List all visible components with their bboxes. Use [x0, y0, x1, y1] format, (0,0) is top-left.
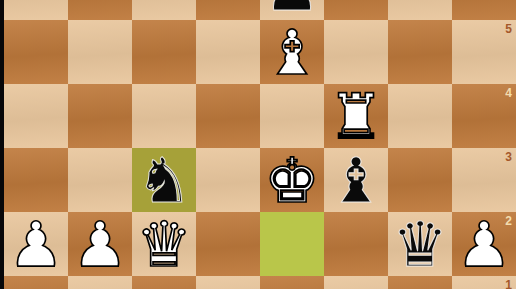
white-rook-piece[interactable]: ♜: [324, 85, 388, 149]
square-e2[interactable]: [260, 212, 324, 276]
square-c3[interactable]: ♞: [132, 148, 196, 212]
square-f5[interactable]: [324, 20, 388, 84]
square-c4[interactable]: [132, 84, 196, 148]
square-h5[interactable]: 5: [452, 20, 516, 84]
square-e4[interactable]: [260, 84, 324, 148]
black-knight-piece[interactable]: ♞: [132, 149, 196, 213]
square-f3[interactable]: ♝: [324, 148, 388, 212]
square-d1[interactable]: [196, 276, 260, 289]
square-h2[interactable]: ♟2: [452, 212, 516, 276]
square-f6[interactable]: [324, 0, 388, 20]
square-h1[interactable]: 1: [452, 276, 516, 289]
square-d5[interactable]: [196, 20, 260, 84]
square-b1[interactable]: [68, 276, 132, 289]
app-background: ♟♝5♜4♞♚♝3♟♟♛♛♟21: [0, 0, 516, 289]
square-c5[interactable]: [132, 20, 196, 84]
square-h3[interactable]: 3: [452, 148, 516, 212]
white-king-piece[interactable]: ♚: [260, 149, 324, 213]
square-d6[interactable]: [196, 0, 260, 20]
square-a3[interactable]: [4, 148, 68, 212]
square-d3[interactable]: [196, 148, 260, 212]
rank-label-4: 4: [505, 86, 512, 100]
white-pawn-piece[interactable]: ♟: [4, 213, 68, 277]
square-g3[interactable]: [388, 148, 452, 212]
square-a1[interactable]: [4, 276, 68, 289]
square-h6[interactable]: [452, 0, 516, 20]
square-c6[interactable]: [132, 0, 196, 20]
square-d4[interactable]: [196, 84, 260, 148]
square-d2[interactable]: [196, 212, 260, 276]
square-a4[interactable]: [4, 84, 68, 148]
square-a6[interactable]: [4, 0, 68, 20]
black-queen-piece[interactable]: ♛: [388, 213, 452, 277]
square-b6[interactable]: [68, 0, 132, 20]
square-b2[interactable]: ♟: [68, 212, 132, 276]
rank-label-5: 5: [505, 22, 512, 36]
rank-label-1: 1: [505, 278, 512, 289]
chess-board: ♟♝5♜4♞♚♝3♟♟♛♛♟21: [4, 0, 516, 289]
square-g6[interactable]: [388, 0, 452, 20]
square-c2[interactable]: ♛: [132, 212, 196, 276]
rank-label-3: 3: [505, 150, 512, 164]
square-a5[interactable]: [4, 20, 68, 84]
white-bishop-piece[interactable]: ♝: [260, 21, 324, 85]
square-b4[interactable]: [68, 84, 132, 148]
square-e3[interactable]: ♚: [260, 148, 324, 212]
square-e1[interactable]: [260, 276, 324, 289]
square-b5[interactable]: [68, 20, 132, 84]
square-b3[interactable]: [68, 148, 132, 212]
square-e5[interactable]: ♝: [260, 20, 324, 84]
square-c1[interactable]: [132, 276, 196, 289]
rank-label-2: 2: [505, 214, 512, 228]
white-pawn-piece[interactable]: ♟: [68, 213, 132, 277]
square-h4[interactable]: 4: [452, 84, 516, 148]
square-g4[interactable]: [388, 84, 452, 148]
square-g2[interactable]: ♛: [388, 212, 452, 276]
square-g1[interactable]: [388, 276, 452, 289]
square-f4[interactable]: ♜: [324, 84, 388, 148]
square-f1[interactable]: [324, 276, 388, 289]
black-bishop-piece[interactable]: ♝: [324, 149, 388, 213]
white-queen-piece[interactable]: ♛: [132, 213, 196, 277]
square-a2[interactable]: ♟: [4, 212, 68, 276]
square-f2[interactable]: [324, 212, 388, 276]
square-g5[interactable]: [388, 20, 452, 84]
